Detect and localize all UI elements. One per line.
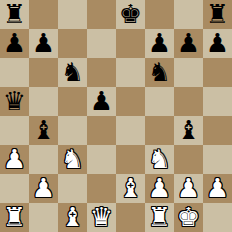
square-f1[interactable]: ♜ [145, 203, 174, 232]
square-a2[interactable] [0, 174, 29, 203]
white-rook[interactable]: ♜ [148, 203, 171, 232]
square-f7[interactable]: ♟ [145, 29, 174, 58]
square-e8[interactable]: ♚ [116, 0, 145, 29]
black-pawn[interactable]: ♟ [177, 29, 200, 58]
square-a6[interactable] [0, 58, 29, 87]
white-rook[interactable]: ♜ [3, 203, 26, 232]
square-d6[interactable] [87, 58, 116, 87]
square-f3[interactable]: ♞ [145, 145, 174, 174]
square-e3[interactable] [116, 145, 145, 174]
white-pawn[interactable]: ♟ [3, 145, 26, 174]
white-pawn[interactable]: ♟ [206, 174, 229, 203]
square-h7[interactable]: ♟ [203, 29, 232, 58]
square-d5[interactable]: ♟ [87, 87, 116, 116]
square-c4[interactable] [58, 116, 87, 145]
square-h8[interactable]: ♜ [203, 0, 232, 29]
square-e6[interactable] [116, 58, 145, 87]
white-knight[interactable]: ♞ [61, 145, 84, 174]
square-a5[interactable]: ♛ [0, 87, 29, 116]
square-b5[interactable] [29, 87, 58, 116]
square-e7[interactable] [116, 29, 145, 58]
white-bishop[interactable]: ♝ [61, 203, 84, 232]
square-b8[interactable] [29, 0, 58, 29]
square-h4[interactable] [203, 116, 232, 145]
square-f4[interactable] [145, 116, 174, 145]
square-d3[interactable] [87, 145, 116, 174]
square-g6[interactable] [174, 58, 203, 87]
black-rook[interactable]: ♜ [206, 0, 229, 29]
square-c1[interactable]: ♝ [58, 203, 87, 232]
white-pawn[interactable]: ♟ [148, 174, 171, 203]
square-g4[interactable]: ♝ [174, 116, 203, 145]
square-a3[interactable]: ♟ [0, 145, 29, 174]
square-f6[interactable]: ♞ [145, 58, 174, 87]
square-a4[interactable] [0, 116, 29, 145]
square-g2[interactable]: ♟ [174, 174, 203, 203]
square-d8[interactable] [87, 0, 116, 29]
square-g5[interactable] [174, 87, 203, 116]
black-bishop[interactable]: ♝ [177, 116, 200, 145]
square-f5[interactable] [145, 87, 174, 116]
white-pawn[interactable]: ♟ [32, 174, 55, 203]
square-b1[interactable] [29, 203, 58, 232]
white-queen[interactable]: ♛ [90, 203, 113, 232]
square-d7[interactable] [87, 29, 116, 58]
square-e1[interactable] [116, 203, 145, 232]
square-c5[interactable] [58, 87, 87, 116]
square-h3[interactable] [203, 145, 232, 174]
square-h5[interactable] [203, 87, 232, 116]
square-e2[interactable]: ♝ [116, 174, 145, 203]
square-c6[interactable]: ♞ [58, 58, 87, 87]
square-b4[interactable]: ♝ [29, 116, 58, 145]
square-b3[interactable] [29, 145, 58, 174]
white-king[interactable]: ♚ [177, 203, 200, 232]
black-bishop[interactable]: ♝ [32, 116, 55, 145]
square-c3[interactable]: ♞ [58, 145, 87, 174]
white-pawn[interactable]: ♟ [177, 174, 200, 203]
square-a7[interactable]: ♟ [0, 29, 29, 58]
square-d4[interactable] [87, 116, 116, 145]
black-rook[interactable]: ♜ [3, 0, 26, 29]
black-king[interactable]: ♚ [119, 0, 142, 29]
square-b6[interactable] [29, 58, 58, 87]
black-pawn[interactable]: ♟ [32, 29, 55, 58]
black-queen[interactable]: ♛ [3, 87, 26, 116]
square-e4[interactable] [116, 116, 145, 145]
square-f2[interactable]: ♟ [145, 174, 174, 203]
square-g3[interactable] [174, 145, 203, 174]
black-pawn[interactable]: ♟ [148, 29, 171, 58]
black-knight[interactable]: ♞ [148, 58, 171, 87]
square-h6[interactable] [203, 58, 232, 87]
square-a1[interactable]: ♜ [0, 203, 29, 232]
square-c8[interactable] [58, 0, 87, 29]
square-d2[interactable] [87, 174, 116, 203]
black-knight[interactable]: ♞ [61, 58, 84, 87]
square-h1[interactable] [203, 203, 232, 232]
square-h2[interactable]: ♟ [203, 174, 232, 203]
square-e5[interactable] [116, 87, 145, 116]
square-c2[interactable] [58, 174, 87, 203]
chess-board: ♜♚♜♟♟♟♟♟♞♞♛♟♝♝♟♞♞♟♝♟♟♟♜♝♛♜♚ [0, 0, 232, 232]
black-pawn[interactable]: ♟ [90, 87, 113, 116]
square-b7[interactable]: ♟ [29, 29, 58, 58]
square-g1[interactable]: ♚ [174, 203, 203, 232]
square-f8[interactable] [145, 0, 174, 29]
square-g7[interactable]: ♟ [174, 29, 203, 58]
black-pawn[interactable]: ♟ [206, 29, 229, 58]
white-knight[interactable]: ♞ [148, 145, 171, 174]
square-a8[interactable]: ♜ [0, 0, 29, 29]
square-b2[interactable]: ♟ [29, 174, 58, 203]
black-pawn[interactable]: ♟ [3, 29, 26, 58]
square-d1[interactable]: ♛ [87, 203, 116, 232]
square-c7[interactable] [58, 29, 87, 58]
square-g8[interactable] [174, 0, 203, 29]
white-bishop[interactable]: ♝ [119, 174, 142, 203]
